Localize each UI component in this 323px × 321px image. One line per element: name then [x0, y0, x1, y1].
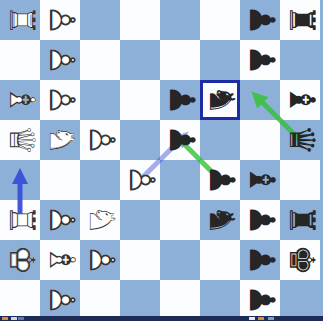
square-b4[interactable] — [120, 40, 160, 80]
piece-glyph: ♞ — [204, 204, 239, 235]
black-pawn-f7[interactable]: ♟ — [240, 200, 280, 240]
white-bishop-g2[interactable]: ♝♗ — [40, 240, 80, 280]
piece-glyph: ♞ — [204, 84, 239, 115]
bottom-toolbar-edge — [0, 316, 323, 321]
piece-outline-glyph: ♙ — [84, 244, 119, 275]
square-g4[interactable] — [120, 240, 160, 280]
square-b8[interactable] — [280, 40, 320, 80]
white-pawn-b2[interactable]: ♟♙ — [40, 40, 80, 80]
toolbar-fragment-4 — [258, 317, 264, 320]
black-pawn-g7[interactable]: ♟ — [240, 240, 280, 280]
white-pawn-e4[interactable]: ♟♙ — [120, 160, 160, 200]
square-d7[interactable] — [240, 120, 280, 160]
square-e3[interactable] — [80, 160, 120, 200]
white-pawn-g3[interactable]: ♟♙ — [80, 240, 120, 280]
piece-outline-glyph: ♕ — [4, 124, 39, 155]
black-pawn-a7[interactable]: ♟ — [240, 0, 280, 40]
square-b5[interactable] — [160, 40, 200, 80]
square-h1[interactable] — [0, 280, 40, 316]
piece-glyph: ♟ — [244, 284, 279, 315]
piece-outline-glyph: ♙ — [44, 204, 79, 235]
black-knight-c6[interactable]: ♞ — [200, 80, 240, 120]
chess-board-screenshot: ♜♖♟♙♟♜♟♙♟♝♗♟♙♟♞♝♛♕♞♘♟♙♟♛♟♙♟♝♜♖♟♙♞♘♞♟♜♚♔♝… — [0, 0, 323, 321]
black-rook-a8[interactable]: ♜ — [280, 0, 320, 40]
piece-glyph: ♜ — [284, 4, 319, 35]
piece-glyph: ♟ — [244, 4, 279, 35]
white-knight-f3[interactable]: ♞♘ — [80, 200, 120, 240]
white-king-g1[interactable]: ♚♔ — [0, 240, 40, 280]
black-knight-f6[interactable]: ♞ — [200, 200, 240, 240]
piece-outline-glyph: ♙ — [44, 44, 79, 75]
square-h4[interactable] — [120, 280, 160, 316]
piece-outline-glyph: ♖ — [4, 204, 39, 235]
piece-glyph: ♜ — [284, 204, 319, 235]
piece-glyph: ♟ — [244, 204, 279, 235]
square-e1[interactable] — [0, 160, 40, 200]
white-rook-f1[interactable]: ♜♖ — [0, 200, 40, 240]
piece-outline-glyph: ♙ — [44, 4, 79, 35]
piece-glyph: ♟ — [244, 44, 279, 75]
square-g5[interactable] — [160, 240, 200, 280]
square-a5[interactable] — [160, 0, 200, 40]
square-a4[interactable] — [120, 0, 160, 40]
piece-outline-glyph: ♔ — [4, 244, 39, 275]
white-pawn-h2[interactable]: ♟♙ — [40, 280, 80, 316]
piece-outline-glyph: ♙ — [124, 164, 159, 195]
white-pawn-f2[interactable]: ♟♙ — [40, 200, 80, 240]
square-e5[interactable] — [160, 160, 200, 200]
square-h5[interactable] — [160, 280, 200, 316]
square-h3[interactable] — [80, 280, 120, 316]
piece-glyph: ♟ — [164, 124, 199, 155]
piece-glyph: ♟ — [244, 244, 279, 275]
square-c4[interactable] — [120, 80, 160, 120]
white-bishop-c1[interactable]: ♝♗ — [0, 80, 40, 120]
square-h6[interactable] — [200, 280, 240, 316]
piece-glyph: ♛ — [284, 124, 319, 155]
piece-outline-glyph: ♙ — [44, 84, 79, 115]
white-knight-d2[interactable]: ♞♘ — [40, 120, 80, 160]
black-pawn-c5[interactable]: ♟ — [160, 80, 200, 120]
piece-outline-glyph: ♙ — [84, 124, 119, 155]
toolbar-fragment-1 — [11, 317, 17, 320]
piece-outline-glyph: ♙ — [44, 284, 79, 315]
square-c7[interactable] — [240, 80, 280, 120]
black-pawn-h7[interactable]: ♟ — [240, 280, 280, 316]
toolbar-fragment-0 — [2, 317, 8, 320]
chess-board: ♜♖♟♙♟♜♟♙♟♝♗♟♙♟♞♝♛♕♞♘♟♙♟♛♟♙♟♝♜♖♟♙♞♘♞♟♜♚♔♝… — [0, 0, 320, 316]
black-bishop-c8[interactable]: ♝ — [280, 80, 320, 120]
piece-glyph: ♝ — [244, 164, 279, 195]
square-e8[interactable] — [280, 160, 320, 200]
square-a6[interactable] — [200, 0, 240, 40]
black-king-g8[interactable]: ♚ — [280, 240, 320, 280]
black-pawn-e6[interactable]: ♟ — [200, 160, 240, 200]
square-c3[interactable] — [80, 80, 120, 120]
square-b6[interactable] — [200, 40, 240, 80]
piece-outline-glyph: ♗ — [4, 84, 39, 115]
black-pawn-b7[interactable]: ♟ — [240, 40, 280, 80]
black-queen-d8[interactable]: ♛ — [280, 120, 320, 160]
white-rook-a1[interactable]: ♜♖ — [0, 0, 40, 40]
square-a3[interactable] — [80, 0, 120, 40]
square-h8[interactable] — [280, 280, 320, 316]
piece-glyph: ♟ — [204, 164, 239, 195]
black-pawn-d5[interactable]: ♟ — [160, 120, 200, 160]
toolbar-fragment-5 — [268, 317, 274, 320]
square-e2[interactable] — [40, 160, 80, 200]
square-f4[interactable] — [120, 200, 160, 240]
square-d6[interactable] — [200, 120, 240, 160]
square-d4[interactable] — [120, 120, 160, 160]
black-bishop-e7[interactable]: ♝ — [240, 160, 280, 200]
piece-outline-glyph: ♖ — [4, 4, 39, 35]
piece-glyph: ♝ — [284, 84, 319, 115]
toolbar-fragment-3 — [249, 317, 255, 320]
piece-glyph: ♟ — [164, 84, 199, 115]
square-f5[interactable] — [160, 200, 200, 240]
piece-outline-glyph: ♘ — [84, 204, 119, 235]
white-pawn-d3[interactable]: ♟♙ — [80, 120, 120, 160]
square-g6[interactable] — [200, 240, 240, 280]
square-b3[interactable] — [80, 40, 120, 80]
white-queen-d1[interactable]: ♛♕ — [0, 120, 40, 160]
piece-outline-glyph: ♘ — [44, 124, 79, 155]
black-rook-f8[interactable]: ♜ — [280, 200, 320, 240]
piece-glyph: ♚ — [284, 244, 319, 275]
square-b1[interactable] — [0, 40, 40, 80]
toolbar-fragment-2 — [18, 317, 24, 320]
white-pawn-a2[interactable]: ♟♙ — [40, 0, 80, 40]
piece-outline-glyph: ♗ — [44, 244, 79, 275]
white-pawn-c2[interactable]: ♟♙ — [40, 80, 80, 120]
